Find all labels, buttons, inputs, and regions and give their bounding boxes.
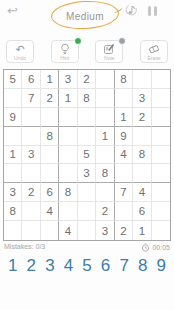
cell-r2c8[interactable]: 3	[133, 89, 151, 108]
cell-r7c8[interactable]: 4	[133, 183, 151, 202]
cell-r1c7[interactable]: 8	[115, 70, 133, 89]
numpad-digit-1[interactable]: 1	[8, 256, 17, 276]
cell-r4c5[interactable]	[78, 127, 96, 146]
cell-r6c6[interactable]: 8	[96, 164, 114, 183]
undo-icon: ↶	[15, 43, 24, 55]
cell-r6c7[interactable]	[115, 164, 133, 183]
cell-r9c5[interactable]	[78, 221, 96, 240]
hint-badge	[74, 37, 82, 45]
annotation-circle-tail	[112, 5, 122, 14]
cell-r8c7[interactable]	[115, 202, 133, 221]
cell-r2c3[interactable]: 2	[41, 89, 59, 108]
numpad-digit-3[interactable]: 3	[45, 256, 54, 276]
cell-r7c3[interactable]: 6	[41, 183, 59, 202]
cell-r6c1[interactable]	[4, 164, 22, 183]
cell-r5c7[interactable]: 4	[115, 146, 133, 165]
cell-r3c4[interactable]	[59, 108, 77, 127]
cell-r1c6[interactable]	[96, 70, 114, 89]
cell-r5c3[interactable]	[41, 146, 59, 165]
eraser-icon	[148, 43, 160, 55]
cell-r9c2[interactable]	[22, 221, 40, 240]
clock-icon	[141, 243, 150, 252]
cell-r7c2[interactable]: 2	[22, 183, 40, 202]
timer: 00:05	[152, 244, 170, 251]
difficulty-label: Medium	[66, 11, 104, 22]
cell-r6c9[interactable]	[152, 164, 170, 183]
pause-bar-left	[148, 6, 151, 16]
cell-r7c1[interactable]: 3	[4, 183, 22, 202]
cell-r5c8[interactable]: 8	[133, 146, 151, 165]
cell-r1c1[interactable]: 5	[4, 70, 22, 89]
cell-r8c9[interactable]	[152, 202, 170, 221]
cell-r6c2[interactable]	[22, 164, 40, 183]
cell-r9c4[interactable]: 4	[59, 221, 77, 240]
cell-r7c7[interactable]: 7	[115, 183, 133, 202]
timer-wrap: 00:05	[141, 243, 170, 252]
cell-r1c3[interactable]: 1	[41, 70, 59, 89]
cell-r4c1[interactable]	[4, 127, 22, 146]
numpad-digit-9[interactable]: 9	[157, 256, 166, 276]
cell-r1c9[interactable]	[152, 70, 170, 89]
sudoku-app: ↩ Medium ↶ Undo	[0, 0, 174, 310]
cell-r7c5[interactable]	[78, 183, 96, 202]
note-pencil-icon	[103, 43, 115, 55]
cell-r4c9[interactable]	[152, 127, 170, 146]
note-badge	[118, 37, 126, 45]
cell-r4c6[interactable]: 1	[96, 127, 114, 146]
cell-r2c1[interactable]	[4, 89, 22, 108]
numpad-digit-8[interactable]: 8	[138, 256, 147, 276]
erase-button[interactable]: Erase	[140, 40, 168, 63]
undo-button[interactable]: ↶ Undo	[6, 40, 34, 63]
numpad: 123456789	[0, 253, 174, 279]
back-icon[interactable]: ↩	[7, 4, 18, 18]
cell-r7c6[interactable]	[96, 183, 114, 202]
cell-r5c1[interactable]: 1	[4, 146, 22, 165]
cell-r5c5[interactable]: 5	[78, 146, 96, 165]
cell-r2c5[interactable]: 8	[78, 89, 96, 108]
header: ↩ Medium	[0, 0, 174, 26]
cell-r1c4[interactable]: 3	[59, 70, 77, 89]
erase-label: Erase	[147, 55, 160, 61]
difficulty-selector[interactable]: Medium	[60, 5, 110, 25]
cell-r3c9[interactable]	[152, 108, 170, 127]
cell-r8c5[interactable]	[78, 202, 96, 221]
cell-r4c4[interactable]	[59, 127, 77, 146]
cell-r7c9[interactable]	[152, 183, 170, 202]
cell-r6c8[interactable]	[133, 164, 151, 183]
cell-r9c3[interactable]	[41, 221, 59, 240]
numpad-digit-2[interactable]: 2	[27, 256, 36, 276]
cell-r9c6[interactable]: 3	[96, 221, 114, 240]
cell-r2c7[interactable]	[115, 89, 133, 108]
cell-r6c4[interactable]	[59, 164, 77, 183]
cell-r8c4[interactable]	[59, 202, 77, 221]
undo-label: Undo	[14, 55, 26, 61]
cell-r2c9[interactable]	[152, 89, 170, 108]
cell-r8c2[interactable]	[22, 202, 40, 221]
numpad-digit-7[interactable]: 7	[119, 256, 128, 276]
cell-r3c1[interactable]: 9	[4, 108, 22, 127]
cell-r1c8[interactable]	[133, 70, 151, 89]
cell-r9c9[interactable]	[152, 221, 170, 240]
cell-r9c7[interactable]: 2	[115, 221, 133, 240]
numpad-digit-6[interactable]: 6	[101, 256, 110, 276]
cell-r3c6[interactable]	[96, 108, 114, 127]
lightbulb-icon	[59, 43, 71, 55]
cell-r2c4[interactable]: 1	[59, 89, 77, 108]
cell-r3c5[interactable]	[78, 108, 96, 127]
sudoku-grid: 56132872183912819135483832687484264321	[3, 69, 171, 241]
cell-r9c8[interactable]: 1	[133, 221, 151, 240]
note-button[interactable]: Note	[95, 40, 123, 63]
cell-r1c2[interactable]: 6	[22, 70, 40, 89]
cell-r5c9[interactable]	[152, 146, 170, 165]
mistakes-counter: Mistakes: 0/3	[4, 243, 45, 250]
cell-r4c8[interactable]	[133, 127, 151, 146]
pause-bar-right	[154, 6, 157, 16]
cell-r7c4[interactable]: 8	[59, 183, 77, 202]
pause-button[interactable]	[148, 6, 157, 16]
cell-r3c2[interactable]	[22, 108, 40, 127]
cell-r9c1[interactable]	[4, 221, 22, 240]
cell-r2c2[interactable]: 7	[22, 89, 40, 108]
cell-r4c3[interactable]: 8	[41, 127, 59, 146]
cell-r8c6[interactable]: 2	[96, 202, 114, 221]
numpad-digit-5[interactable]: 5	[82, 256, 91, 276]
hint-label: Hint	[60, 55, 69, 61]
cell-r8c8[interactable]: 6	[133, 202, 151, 221]
cell-r3c8[interactable]: 2	[133, 108, 151, 127]
cell-r5c2[interactable]: 3	[22, 146, 40, 165]
cell-r8c1[interactable]: 8	[4, 202, 22, 221]
cell-r5c4[interactable]	[59, 146, 77, 165]
cell-r4c7[interactable]: 9	[115, 127, 133, 146]
status-bar: Mistakes: 0/3 00:05	[0, 243, 174, 253]
cell-r5c6[interactable]	[96, 146, 114, 165]
numpad-digit-4[interactable]: 4	[64, 256, 73, 276]
cell-r2c6[interactable]	[96, 89, 114, 108]
cell-r8c3[interactable]: 4	[41, 202, 59, 221]
cell-r1c5[interactable]: 2	[78, 70, 96, 89]
toolbar: ↶ Undo Hint Note	[0, 40, 174, 66]
music-icon[interactable]	[124, 3, 138, 18]
cell-r6c3[interactable]	[41, 164, 59, 183]
cell-r4c2[interactable]	[22, 127, 40, 146]
hint-button[interactable]: Hint	[51, 40, 79, 63]
cell-r3c7[interactable]: 1	[115, 108, 133, 127]
cell-r3c3[interactable]	[41, 108, 59, 127]
cell-r6c5[interactable]: 3	[78, 164, 96, 183]
note-label: Note	[104, 55, 115, 61]
